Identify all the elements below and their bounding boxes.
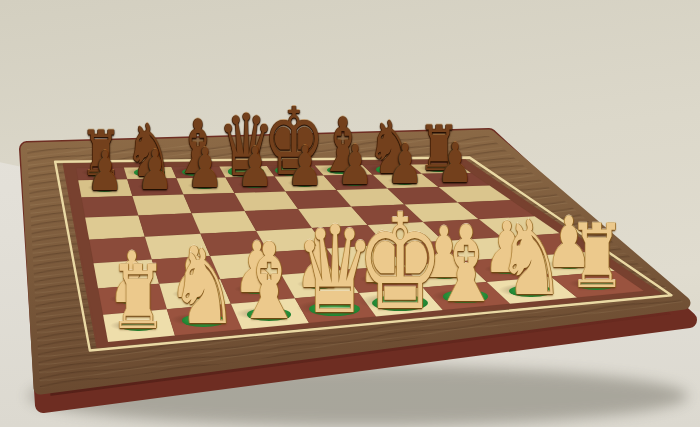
square-b3	[152, 256, 221, 284]
chess-set-photo: ♜♞♝♚♛♝♞♜♟♟♟♟♟♟♟♟♟♟♟♟♟♟♟♟♜♞♝♚♛♝♞♜	[0, 0, 700, 427]
square-a3	[94, 260, 160, 289]
square-c8	[172, 167, 226, 179]
square-d8	[219, 166, 274, 177]
square-a7	[78, 179, 132, 197]
square-c7	[176, 177, 234, 194]
chess-board	[0, 0, 700, 427]
square-c6	[184, 193, 245, 213]
square-b5	[138, 213, 200, 237]
square-b8	[124, 167, 177, 179]
square-c5	[192, 211, 257, 234]
square-b4	[145, 234, 210, 260]
square-a8	[76, 168, 127, 181]
square-a6	[81, 196, 138, 218]
square-a5	[85, 215, 145, 239]
square-b6	[132, 195, 191, 216]
square-e8	[267, 166, 324, 177]
square-b7	[127, 178, 183, 196]
square-a4	[89, 237, 152, 264]
